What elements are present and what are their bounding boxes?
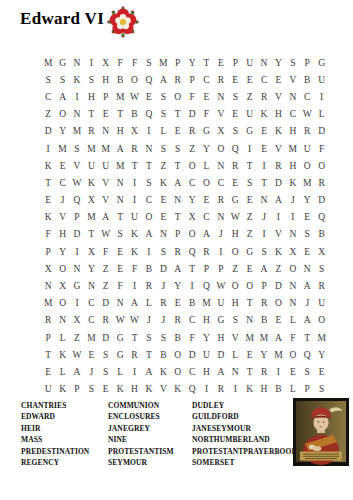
grid-cell[interactable]: S	[142, 329, 156, 346]
grid-cell[interactable]: E	[199, 192, 213, 209]
grid-cell[interactable]: U	[314, 295, 328, 312]
grid-cell[interactable]: F	[185, 329, 199, 346]
grid-cell[interactable]: P	[41, 243, 55, 260]
grid-cell[interactable]: M	[84, 140, 98, 157]
grid-cell[interactable]: J	[142, 312, 156, 329]
grid-cell[interactable]: Q	[142, 71, 156, 88]
grid-cell[interactable]: L	[55, 329, 69, 346]
grid-cell[interactable]: U	[242, 54, 256, 71]
grid-cell[interactable]: O	[127, 71, 141, 88]
grid-cell[interactable]: R	[127, 140, 141, 157]
grid-cell[interactable]: E	[314, 363, 328, 380]
grid-cell[interactable]: C	[257, 71, 271, 88]
grid-cell[interactable]: U	[84, 157, 98, 174]
grid-cell[interactable]: E	[242, 260, 256, 277]
grid-cell[interactable]: G	[70, 277, 84, 294]
grid-cell[interactable]: M	[84, 209, 98, 226]
grid-cell[interactable]: E	[99, 106, 113, 123]
grid-cell[interactable]: S	[156, 329, 170, 346]
grid-cell[interactable]: P	[300, 381, 314, 398]
grid-cell[interactable]: D	[271, 174, 285, 191]
grid-cell[interactable]: E	[257, 123, 271, 140]
grid-cell[interactable]: A	[55, 88, 69, 105]
grid-cell[interactable]: K	[55, 381, 69, 398]
grid-cell[interactable]: T	[84, 106, 98, 123]
grid-cell[interactable]: U	[300, 140, 314, 157]
grid-cell[interactable]: O	[286, 346, 300, 363]
grid-cell[interactable]: T	[127, 157, 141, 174]
grid-cell[interactable]: R	[214, 381, 228, 398]
grid-cell[interactable]: E	[99, 381, 113, 398]
grid-cell[interactable]: L	[55, 363, 69, 380]
grid-cell[interactable]: V	[286, 71, 300, 88]
grid-cell[interactable]: E	[113, 243, 127, 260]
grid-cell[interactable]: N	[300, 260, 314, 277]
grid-cell[interactable]: A	[271, 329, 285, 346]
grid-cell[interactable]: N	[41, 277, 55, 294]
grid-cell[interactable]: Q	[142, 106, 156, 123]
grid-cell[interactable]: I	[127, 192, 141, 209]
grid-cell[interactable]: T	[127, 329, 141, 346]
grid-cell[interactable]: B	[156, 346, 170, 363]
grid-cell[interactable]: A	[99, 209, 113, 226]
grid-cell[interactable]: C	[185, 312, 199, 329]
grid-cell[interactable]: P	[214, 260, 228, 277]
grid-cell[interactable]: K	[271, 243, 285, 260]
grid-cell[interactable]: I	[271, 209, 285, 226]
grid-cell[interactable]: T	[257, 174, 271, 191]
grid-cell[interactable]: Z	[185, 140, 199, 157]
grid-cell[interactable]: Z	[242, 209, 256, 226]
grid-cell[interactable]: L	[286, 312, 300, 329]
grid-cell[interactable]: V	[70, 157, 84, 174]
grid-cell[interactable]: A	[257, 260, 271, 277]
grid-cell[interactable]: A	[300, 277, 314, 294]
word-search-grid[interactable]: MGNIXFFSMPYTEPUNYSPGSSKSHBOQARPCREECEVBU…	[41, 54, 329, 398]
grid-cell[interactable]: O	[228, 243, 242, 260]
grid-cell[interactable]: A	[171, 260, 185, 277]
grid-cell[interactable]: R	[257, 363, 271, 380]
grid-cell[interactable]: O	[55, 295, 69, 312]
grid-cell[interactable]: K	[156, 363, 170, 380]
grid-cell[interactable]: G	[228, 192, 242, 209]
grid-cell[interactable]: P	[171, 226, 185, 243]
grid-cell[interactable]: V	[271, 88, 285, 105]
grid-cell[interactable]: R	[314, 174, 328, 191]
grid-cell[interactable]: V	[156, 381, 170, 398]
grid-cell[interactable]: E	[271, 71, 285, 88]
grid-cell[interactable]: U	[41, 381, 55, 398]
grid-cell[interactable]: B	[314, 226, 328, 243]
grid-cell[interactable]: E	[300, 209, 314, 226]
grid-cell[interactable]: X	[214, 123, 228, 140]
grid-cell[interactable]: U	[214, 295, 228, 312]
grid-cell[interactable]: R	[214, 192, 228, 209]
grid-cell[interactable]: D	[41, 123, 55, 140]
grid-cell[interactable]: E	[228, 71, 242, 88]
grid-cell[interactable]: V	[271, 140, 285, 157]
grid-cell[interactable]: N	[142, 140, 156, 157]
grid-cell[interactable]: F	[314, 140, 328, 157]
grid-cell[interactable]: X	[70, 312, 84, 329]
grid-cell[interactable]: J	[156, 277, 170, 294]
grid-cell[interactable]: S	[156, 140, 170, 157]
grid-cell[interactable]: P	[185, 71, 199, 88]
grid-cell[interactable]: G	[199, 123, 213, 140]
grid-cell[interactable]: Z	[41, 106, 55, 123]
grid-cell[interactable]: J	[286, 192, 300, 209]
grid-cell[interactable]: M	[99, 140, 113, 157]
grid-cell[interactable]: T	[185, 260, 199, 277]
grid-cell[interactable]: N	[55, 312, 69, 329]
grid-cell[interactable]: D	[314, 192, 328, 209]
grid-cell[interactable]: N	[214, 157, 228, 174]
grid-cell[interactable]: W	[214, 277, 228, 294]
grid-cell[interactable]: M	[41, 295, 55, 312]
grid-cell[interactable]: S	[156, 243, 170, 260]
grid-cell[interactable]: Q	[185, 243, 199, 260]
grid-cell[interactable]: S	[300, 226, 314, 243]
grid-cell[interactable]: O	[271, 295, 285, 312]
grid-cell[interactable]: X	[55, 277, 69, 294]
grid-cell[interactable]: R	[171, 71, 185, 88]
grid-cell[interactable]: M	[242, 329, 256, 346]
grid-cell[interactable]: D	[214, 346, 228, 363]
grid-cell[interactable]: I	[127, 363, 141, 380]
grid-cell[interactable]: M	[286, 140, 300, 157]
grid-cell[interactable]: O	[314, 312, 328, 329]
grid-cell[interactable]: E	[300, 243, 314, 260]
grid-cell[interactable]: E	[171, 295, 185, 312]
grid-cell[interactable]: N	[70, 54, 84, 71]
grid-cell[interactable]: N	[214, 88, 228, 105]
grid-cell[interactable]: F	[99, 243, 113, 260]
grid-cell[interactable]: K	[70, 71, 84, 88]
grid-cell[interactable]: S	[70, 140, 84, 157]
grid-cell[interactable]: T	[171, 106, 185, 123]
grid-cell[interactable]: P	[171, 54, 185, 71]
grid-cell[interactable]: Y	[314, 346, 328, 363]
grid-cell[interactable]: A	[142, 363, 156, 380]
grid-cell[interactable]: D	[314, 123, 328, 140]
grid-cell[interactable]: F	[113, 54, 127, 71]
grid-cell[interactable]: L	[286, 381, 300, 398]
grid-cell[interactable]: X	[84, 192, 98, 209]
grid-cell[interactable]: U	[242, 106, 256, 123]
grid-cell[interactable]: Z	[242, 88, 256, 105]
grid-cell[interactable]: P	[257, 277, 271, 294]
grid-cell[interactable]: Z	[99, 277, 113, 294]
grid-cell[interactable]: O	[171, 88, 185, 105]
grid-cell[interactable]: R	[314, 277, 328, 294]
grid-cell[interactable]: N	[113, 192, 127, 209]
grid-cell[interactable]: A	[199, 226, 213, 243]
grid-cell[interactable]: L	[314, 106, 328, 123]
grid-cell[interactable]: L	[228, 346, 242, 363]
grid-cell[interactable]: S	[99, 363, 113, 380]
grid-cell[interactable]: E	[242, 71, 256, 88]
grid-cell[interactable]: P	[199, 260, 213, 277]
grid-cell[interactable]: T	[171, 209, 185, 226]
grid-cell[interactable]: I	[271, 363, 285, 380]
grid-cell[interactable]: H	[55, 226, 69, 243]
grid-cell[interactable]: K	[156, 174, 170, 191]
grid-cell[interactable]: M	[257, 329, 271, 346]
grid-cell[interactable]: P	[41, 329, 55, 346]
grid-cell[interactable]: S	[228, 312, 242, 329]
grid-cell[interactable]: Y	[185, 54, 199, 71]
grid-cell[interactable]: D	[156, 260, 170, 277]
grid-cell[interactable]: E	[242, 192, 256, 209]
grid-cell[interactable]: B	[300, 71, 314, 88]
grid-cell[interactable]: N	[156, 226, 170, 243]
grid-cell[interactable]: N	[257, 54, 271, 71]
grid-cell[interactable]: V	[228, 329, 242, 346]
grid-cell[interactable]: S	[142, 54, 156, 71]
grid-cell[interactable]: O	[314, 157, 328, 174]
grid-cell[interactable]: W	[127, 88, 141, 105]
grid-cell[interactable]: H	[199, 312, 213, 329]
grid-cell[interactable]: E	[257, 140, 271, 157]
grid-cell[interactable]: E	[41, 363, 55, 380]
grid-cell[interactable]: S	[113, 226, 127, 243]
grid-cell[interactable]: T	[84, 226, 98, 243]
grid-cell[interactable]: A	[142, 226, 156, 243]
grid-cell[interactable]: E	[41, 192, 55, 209]
grid-cell[interactable]: S	[257, 243, 271, 260]
grid-cell[interactable]: E	[156, 192, 170, 209]
grid-cell[interactable]: V	[271, 226, 285, 243]
grid-cell[interactable]: S	[228, 88, 242, 105]
grid-cell[interactable]: T	[113, 106, 127, 123]
grid-cell[interactable]: R	[257, 88, 271, 105]
grid-cell[interactable]: Z	[228, 260, 242, 277]
grid-cell[interactable]: S	[314, 381, 328, 398]
grid-cell[interactable]: H	[214, 329, 228, 346]
grid-cell[interactable]: R	[156, 295, 170, 312]
grid-cell[interactable]: U	[314, 71, 328, 88]
grid-cell[interactable]: K	[41, 209, 55, 226]
grid-cell[interactable]: T	[41, 346, 55, 363]
grid-cell[interactable]: H	[286, 123, 300, 140]
grid-cell[interactable]: C	[142, 192, 156, 209]
grid-cell[interactable]: K	[127, 226, 141, 243]
grid-cell[interactable]: O	[286, 260, 300, 277]
grid-cell[interactable]: N	[242, 312, 256, 329]
grid-cell[interactable]: N	[286, 295, 300, 312]
grid-cell[interactable]: J	[214, 226, 228, 243]
grid-cell[interactable]: S	[242, 174, 256, 191]
grid-cell[interactable]: I	[314, 88, 328, 105]
grid-cell[interactable]: F	[127, 54, 141, 71]
grid-cell[interactable]: A	[171, 174, 185, 191]
grid-cell[interactable]: M	[156, 54, 170, 71]
grid-cell[interactable]: O	[228, 277, 242, 294]
grid-cell[interactable]: J	[84, 363, 98, 380]
grid-cell[interactable]: E	[242, 346, 256, 363]
grid-cell[interactable]: Q	[314, 209, 328, 226]
grid-cell[interactable]: T	[142, 157, 156, 174]
grid-cell[interactable]: B	[185, 295, 199, 312]
grid-cell[interactable]: X	[41, 260, 55, 277]
grid-cell[interactable]: O	[142, 209, 156, 226]
grid-cell[interactable]: T	[199, 54, 213, 71]
grid-cell[interactable]: J	[257, 209, 271, 226]
grid-cell[interactable]: I	[242, 140, 256, 157]
grid-cell[interactable]: S	[84, 381, 98, 398]
grid-cell[interactable]: R	[41, 312, 55, 329]
grid-cell[interactable]: S	[99, 346, 113, 363]
grid-cell[interactable]: R	[142, 277, 156, 294]
grid-cell[interactable]: E	[142, 88, 156, 105]
grid-cell[interactable]: K	[171, 381, 185, 398]
grid-cell[interactable]: G	[113, 329, 127, 346]
grid-cell[interactable]: A	[127, 295, 141, 312]
grid-cell[interactable]: M	[55, 140, 69, 157]
grid-cell[interactable]: C	[286, 106, 300, 123]
grid-cell[interactable]: W	[70, 346, 84, 363]
grid-cell[interactable]: R	[99, 312, 113, 329]
grid-cell[interactable]: I	[127, 174, 141, 191]
grid-cell[interactable]: G	[314, 54, 328, 71]
grid-cell[interactable]: C	[185, 174, 199, 191]
grid-cell[interactable]: K	[84, 174, 98, 191]
grid-cell[interactable]: T	[242, 157, 256, 174]
grid-cell[interactable]: P	[300, 54, 314, 71]
grid-cell[interactable]: T	[113, 209, 127, 226]
grid-cell[interactable]: N	[286, 277, 300, 294]
grid-cell[interactable]: N	[70, 106, 84, 123]
grid-cell[interactable]: K	[142, 381, 156, 398]
grid-cell[interactable]: H	[271, 106, 285, 123]
grid-cell[interactable]: S	[156, 88, 170, 105]
grid-cell[interactable]: H	[113, 123, 127, 140]
grid-cell[interactable]: R	[300, 123, 314, 140]
grid-cell[interactable]: Y	[271, 54, 285, 71]
grid-cell[interactable]: O	[171, 363, 185, 380]
grid-cell[interactable]: D	[271, 277, 285, 294]
grid-cell[interactable]: O	[214, 140, 228, 157]
grid-cell[interactable]: M	[113, 88, 127, 105]
grid-cell[interactable]: A	[156, 71, 170, 88]
grid-cell[interactable]: M	[84, 329, 98, 346]
grid-cell[interactable]: S	[142, 174, 156, 191]
grid-cell[interactable]: E	[171, 123, 185, 140]
grid-cell[interactable]: M	[300, 174, 314, 191]
grid-cell[interactable]: I	[257, 157, 271, 174]
grid-cell[interactable]: M	[199, 295, 213, 312]
grid-cell[interactable]: I	[185, 277, 199, 294]
grid-cell[interactable]: K	[127, 243, 141, 260]
grid-cell[interactable]: Y	[55, 243, 69, 260]
grid-cell[interactable]: H	[286, 157, 300, 174]
grid-cell[interactable]: E	[199, 88, 213, 105]
grid-cell[interactable]: K	[242, 381, 256, 398]
grid-cell[interactable]: Y	[171, 277, 185, 294]
grid-cell[interactable]: T	[41, 174, 55, 191]
grid-cell[interactable]: M	[271, 346, 285, 363]
grid-cell[interactable]: S	[314, 260, 328, 277]
grid-cell[interactable]: Q	[300, 346, 314, 363]
grid-cell[interactable]: R	[171, 243, 185, 260]
grid-cell[interactable]: P	[70, 381, 84, 398]
grid-cell[interactable]: F	[199, 106, 213, 123]
grid-cell[interactable]: C	[55, 174, 69, 191]
grid-cell[interactable]: G	[242, 243, 256, 260]
grid-cell[interactable]: E	[228, 174, 242, 191]
grid-cell[interactable]: H	[257, 381, 271, 398]
grid-cell[interactable]: C	[84, 312, 98, 329]
grid-cell[interactable]: Q	[199, 277, 213, 294]
grid-cell[interactable]: S	[41, 71, 55, 88]
grid-cell[interactable]: R	[271, 157, 285, 174]
grid-cell[interactable]: B	[127, 106, 141, 123]
grid-cell[interactable]: X	[99, 54, 113, 71]
grid-cell[interactable]: B	[113, 71, 127, 88]
grid-cell[interactable]: E	[84, 346, 98, 363]
grid-cell[interactable]: I	[228, 381, 242, 398]
grid-cell[interactable]: Z	[271, 260, 285, 277]
grid-cell[interactable]: F	[185, 88, 199, 105]
grid-cell[interactable]: L	[199, 157, 213, 174]
grid-cell[interactable]: K	[41, 157, 55, 174]
grid-cell[interactable]: G	[113, 346, 127, 363]
grid-cell[interactable]: W	[99, 226, 113, 243]
grid-cell[interactable]: N	[171, 192, 185, 209]
grid-cell[interactable]: K	[271, 123, 285, 140]
grid-cell[interactable]: G	[214, 312, 228, 329]
grid-cell[interactable]: P	[99, 88, 113, 105]
grid-cell[interactable]: I	[199, 381, 213, 398]
grid-cell[interactable]: C	[300, 88, 314, 105]
grid-cell[interactable]: N	[70, 260, 84, 277]
grid-cell[interactable]: E	[55, 157, 69, 174]
grid-cell[interactable]: D	[99, 329, 113, 346]
grid-cell[interactable]: J	[300, 295, 314, 312]
grid-cell[interactable]: F	[113, 277, 127, 294]
grid-cell[interactable]: U	[99, 157, 113, 174]
grid-cell[interactable]: G	[242, 123, 256, 140]
grid-cell[interactable]: M	[113, 157, 127, 174]
grid-cell[interactable]: M	[41, 54, 55, 71]
grid-cell[interactable]: E	[286, 363, 300, 380]
grid-cell[interactable]: U	[199, 346, 213, 363]
grid-cell[interactable]: H	[199, 363, 213, 380]
grid-cell[interactable]: Y	[185, 192, 199, 209]
grid-cell[interactable]: N	[214, 209, 228, 226]
grid-cell[interactable]: P	[228, 54, 242, 71]
grid-cell[interactable]: S	[156, 106, 170, 123]
grid-cell[interactable]: W	[113, 312, 127, 329]
grid-cell[interactable]: W	[70, 174, 84, 191]
grid-cell[interactable]: H	[228, 226, 242, 243]
grid-cell[interactable]: W	[127, 312, 141, 329]
grid-cell[interactable]: K	[286, 174, 300, 191]
grid-cell[interactable]: N	[84, 277, 98, 294]
grid-cell[interactable]: Z	[99, 260, 113, 277]
grid-cell[interactable]: R	[214, 71, 228, 88]
grid-cell[interactable]: P	[70, 209, 84, 226]
grid-cell[interactable]: I	[41, 140, 55, 157]
grid-cell[interactable]: S	[55, 71, 69, 88]
grid-cell[interactable]: V	[214, 106, 228, 123]
grid-cell[interactable]: I	[214, 243, 228, 260]
grid-cell[interactable]: I	[70, 88, 84, 105]
grid-cell[interactable]: X	[84, 243, 98, 260]
grid-cell[interactable]: E	[156, 209, 170, 226]
grid-cell[interactable]: H	[99, 71, 113, 88]
grid-cell[interactable]: R	[171, 312, 185, 329]
